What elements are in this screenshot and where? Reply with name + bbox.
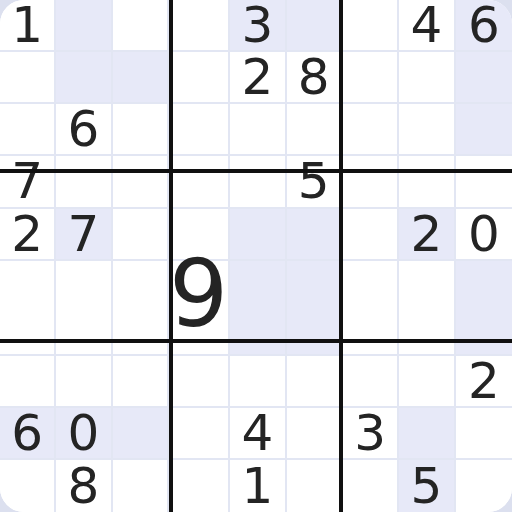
cell-r4c6[interactable]: 5 [287,156,343,208]
cell-r7c6[interactable] [287,356,343,408]
sudoku-board: 1346286752720926043815 [0,0,512,512]
cell-r1c8[interactable]: 4 [399,0,455,52]
cell-r4c3[interactable] [113,156,169,208]
cell-r1c1[interactable]: 1 [0,0,56,52]
cell-r3c2[interactable]: 6 [56,104,112,156]
cell-r3c1[interactable] [0,104,56,156]
cell-r7c2[interactable] [56,356,112,408]
cell-digit: 1 [241,461,273,511]
cell-r1c2[interactable] [56,0,112,52]
cell-digit: 2 [11,209,43,259]
cell-digit: 0 [468,209,500,259]
cell-r1c4[interactable] [169,0,230,52]
cell-r9c4[interactable] [169,460,230,512]
cell-r4c7[interactable] [343,156,399,208]
cell-r5c8[interactable]: 2 [399,209,455,261]
cell-r3c5[interactable] [230,104,286,156]
cell-r1c6[interactable] [287,0,343,52]
cell-r5c7[interactable] [343,209,399,261]
cell-r2c3[interactable] [113,52,169,104]
cell-r5c1[interactable]: 2 [0,209,56,261]
cell-r4c9[interactable] [456,156,512,208]
box-divider-horizontal-1 [0,169,512,173]
cell-digit: 6 [468,0,500,50]
cell-r7c9[interactable]: 2 [456,356,512,408]
cell-r5c5[interactable] [230,209,286,261]
box-divider-vertical-1 [169,0,173,512]
cell-r3c3[interactable] [113,104,169,156]
cell-digit: 4 [241,408,273,458]
cell-digit: 2 [411,209,443,259]
cell-r5c9[interactable]: 0 [456,209,512,261]
cell-r5c3[interactable] [113,209,169,261]
cell-r3c8[interactable] [399,104,455,156]
cell-r2c4[interactable] [169,52,230,104]
cell-r8c6[interactable] [287,408,343,460]
cell-r9c9[interactable] [456,460,512,512]
cell-digit: 3 [354,408,386,458]
cell-digit: 6 [68,104,100,154]
cell-digit: 2 [241,52,273,102]
cell-r7c3[interactable] [113,356,169,408]
cell-r3c9[interactable] [456,104,512,156]
cell-r5c2[interactable]: 7 [56,209,112,261]
cell-digit: 8 [68,461,100,511]
sudoku-grid: 1346286752720926043815 [0,0,512,512]
cell-r8c9[interactable] [456,408,512,460]
cell-r2c6[interactable]: 8 [287,52,343,104]
cell-r7c5[interactable] [230,356,286,408]
cell-digit: 7 [68,209,100,259]
cell-r2c7[interactable] [343,52,399,104]
cell-r8c3[interactable] [113,408,169,460]
cell-r1c3[interactable] [113,0,169,52]
cell-digit: 8 [298,52,330,102]
cell-r5c6[interactable] [287,209,343,261]
cell-r7c8[interactable] [399,356,455,408]
cell-r9c7[interactable] [343,460,399,512]
cell-r1c7[interactable] [343,0,399,52]
cell-r4c5[interactable] [230,156,286,208]
cell-r2c9[interactable] [456,52,512,104]
cell-r4c1[interactable]: 7 [0,156,56,208]
cell-r4c8[interactable] [399,156,455,208]
cell-r9c2[interactable]: 8 [56,460,112,512]
cell-r9c6[interactable] [287,460,343,512]
cell-r2c2[interactable] [56,52,112,104]
cell-r2c8[interactable] [399,52,455,104]
cell-digit: 5 [411,461,443,511]
cell-r9c5[interactable]: 1 [230,460,286,512]
cell-r3c7[interactable] [343,104,399,156]
cell-r9c8[interactable]: 5 [399,460,455,512]
cell-r8c2[interactable]: 0 [56,408,112,460]
cell-digit: 5 [298,156,330,206]
cell-digit: 9 [169,248,228,341]
cell-digit: 6 [11,408,43,458]
cell-digit: 1 [11,0,43,50]
cell-r9c1[interactable] [0,460,56,512]
cell-r8c1[interactable]: 6 [0,408,56,460]
cell-r2c5[interactable]: 2 [230,52,286,104]
cell-r7c4[interactable] [169,356,230,408]
cell-r4c2[interactable] [56,156,112,208]
cell-r2c1[interactable] [0,52,56,104]
cell-r8c4[interactable] [169,408,230,460]
cell-digit: 2 [468,356,500,406]
cell-r3c4[interactable] [169,104,230,156]
box-divider-vertical-2 [339,0,343,512]
box-divider-horizontal-2 [0,339,512,343]
cell-r9c3[interactable] [113,460,169,512]
cell-r7c7[interactable] [343,356,399,408]
cell-digit: 3 [241,0,273,50]
cell-digit: 7 [11,156,43,206]
cell-r8c7[interactable]: 3 [343,408,399,460]
cell-r7c1[interactable] [0,356,56,408]
cell-r8c5[interactable]: 4 [230,408,286,460]
cell-digit: 4 [411,0,443,50]
cell-r1c5[interactable]: 3 [230,0,286,52]
cell-digit: 0 [68,408,100,458]
cell-r8c8[interactable] [399,408,455,460]
cell-r1c9[interactable]: 6 [456,0,512,52]
cell-r3c6[interactable] [287,104,343,156]
cell-r4c4[interactable] [169,156,230,208]
